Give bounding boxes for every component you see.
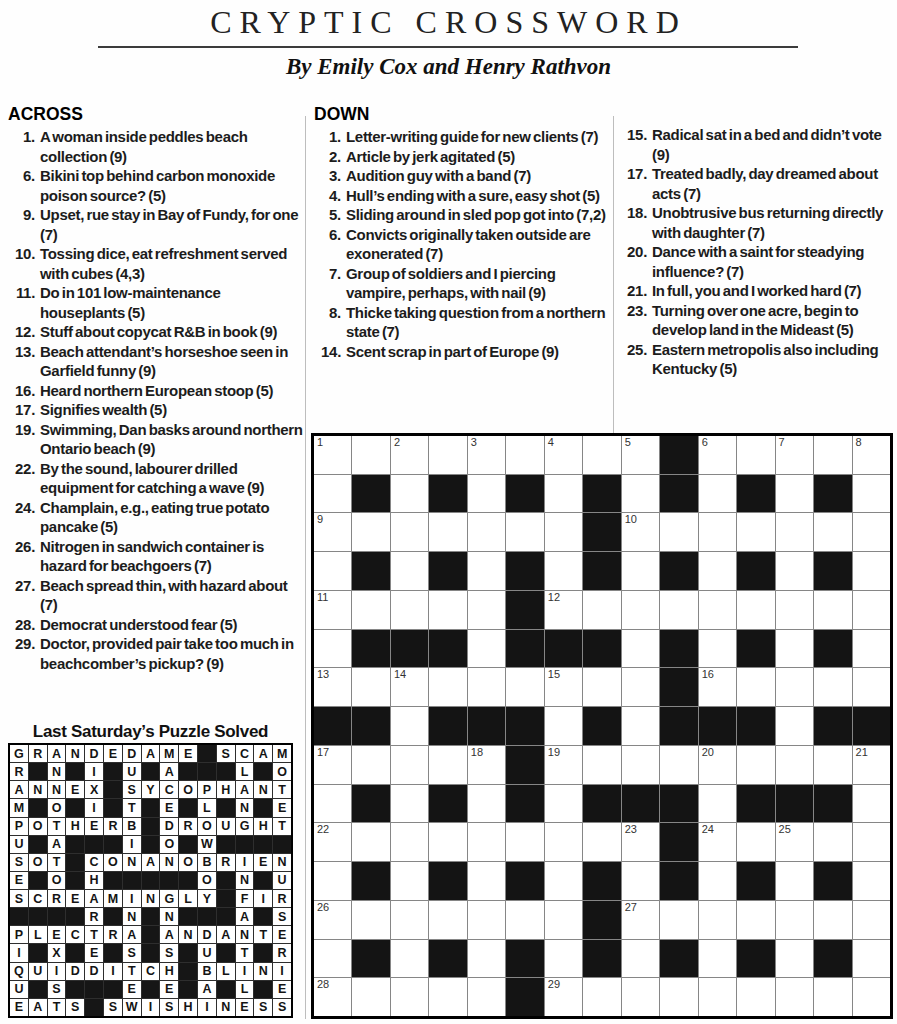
down-clue-list-2: 15.Radical sat in a bed and didn’t vote …: [620, 125, 894, 379]
grid-cell-r3c1[interactable]: 9: [314, 513, 351, 551]
clue-number: 10.: [8, 244, 40, 264]
across-clue-13: 13.Beach attendant’s horseshoe seen in G…: [8, 342, 304, 381]
grid-cell-r10c3[interactable]: [391, 785, 428, 823]
page-title: CRYPTIC CROSSWORD: [0, 4, 897, 41]
grid-cell-r1c9[interactable]: 5: [622, 436, 659, 474]
solved-cell-r7c7: N: [123, 854, 141, 871]
grid-cell-r5c7[interactable]: 12: [545, 591, 582, 629]
solved-block-r2c10: [179, 763, 197, 780]
grid-cell-r4c11[interactable]: [699, 552, 736, 590]
clue-text: In full, you and I worked hard (7): [652, 281, 894, 301]
solved-block-r8c12: [217, 872, 235, 889]
grid-cell-r9c4[interactable]: [429, 746, 466, 784]
grid-cell-r9c11[interactable]: 20: [699, 746, 736, 784]
grid-cell-r14c7[interactable]: [545, 940, 582, 978]
grid-cell-r11c7[interactable]: [545, 823, 582, 861]
solved-cell-r14c15: E: [273, 981, 291, 998]
column-divider-2: [613, 116, 614, 433]
solved-cell-r7c11: B: [198, 854, 216, 871]
grid-block-r3c8: [583, 513, 620, 551]
clue-number: 24.: [8, 498, 40, 518]
solved-cell-r11c7: A: [123, 926, 141, 943]
grid-cell-r3c11[interactable]: [699, 513, 736, 551]
grid-cell-r14c9[interactable]: [622, 940, 659, 978]
grid-cell-r2c1[interactable]: [314, 475, 351, 513]
main-crossword-grid[interactable]: 1234567891011121314151617181920212223242…: [311, 433, 893, 1019]
grid-cell-r10c11[interactable]: [699, 785, 736, 823]
solved-block-r5c8: [142, 818, 160, 835]
solved-puzzle-grid: GRANDEDAMESCAMRNIUALOANNEXSYCOPHANTMOITE…: [8, 743, 293, 1018]
grid-cell-r9c15[interactable]: 21: [853, 746, 890, 784]
grid-cell-r11c15[interactable]: [853, 823, 890, 861]
grid-cell-r5c1[interactable]: 11: [314, 591, 351, 629]
grid-cell-r9c10[interactable]: [660, 746, 697, 784]
down-clue-1: 1.Letter-writing guide for new clients (…: [314, 127, 610, 147]
grid-cell-r6c9[interactable]: [622, 630, 659, 668]
clue-number: 7.: [314, 264, 346, 284]
solved-cell-r5c2: O: [29, 818, 47, 835]
grid-cell-r9c7[interactable]: 19: [545, 746, 582, 784]
grid-block-r8c2: [352, 707, 389, 745]
grid-cell-r13c1[interactable]: 26: [314, 901, 351, 939]
solved-cell-r7c2: O: [29, 854, 47, 871]
grid-cell-r6c13[interactable]: [776, 630, 813, 668]
grid-cell-r9c9[interactable]: [622, 746, 659, 784]
grid-cell-r7c8[interactable]: [583, 668, 620, 706]
solved-cell-r8c11: O: [198, 872, 216, 889]
grid-cell-r14c13[interactable]: [776, 940, 813, 978]
grid-cell-r4c9[interactable]: [622, 552, 659, 590]
clue-text: Beach attendant’s horseshoe seen in Garf…: [40, 342, 304, 381]
clue-number: 18.: [620, 203, 652, 223]
solved-block-r6c5: [85, 836, 103, 853]
grid-cell-r7c5[interactable]: [468, 668, 505, 706]
grid-cell-r2c15[interactable]: [853, 475, 890, 513]
solved-cell-r3c2: N: [29, 781, 47, 798]
solved-cell-r2c9: A: [160, 763, 178, 780]
grid-cell-r5c2[interactable]: [352, 591, 389, 629]
grid-cell-r5c5[interactable]: [468, 591, 505, 629]
grid-cell-r7c1[interactable]: 13: [314, 668, 351, 706]
grid-cell-r4c5[interactable]: [468, 552, 505, 590]
solved-cell-r5c4: H: [66, 818, 84, 835]
solved-cell-r13c6: I: [104, 963, 122, 980]
down-clue-8: 8.Thicke taking question from a northern…: [314, 303, 610, 342]
grid-cell-r3c2[interactable]: [352, 513, 389, 551]
grid-cell-r11c4[interactable]: [429, 823, 466, 861]
grid-cell-r7c2[interactable]: [352, 668, 389, 706]
solved-cell-r3c12: H: [217, 781, 235, 798]
solved-cell-r11c4: C: [66, 926, 84, 943]
solved-block-r14c2: [29, 981, 47, 998]
solved-cell-r11c2: L: [29, 926, 47, 943]
grid-cell-r13c2[interactable]: [352, 901, 389, 939]
grid-cell-r15c10[interactable]: [660, 978, 697, 1016]
grid-cell-r2c3[interactable]: [391, 475, 428, 513]
clue-text: Turning over one acre, begin to develop …: [652, 301, 894, 340]
solved-cell-r2c7: U: [123, 763, 141, 780]
grid-cell-r5c11[interactable]: [699, 591, 736, 629]
grid-cell-r14c11[interactable]: [699, 940, 736, 978]
clue-number: 16.: [8, 381, 40, 401]
clue-number: 21.: [620, 281, 652, 301]
grid-block-r8c10: [660, 707, 697, 745]
grid-cell-r1c13[interactable]: 7: [776, 436, 813, 474]
grid-cell-r7c15[interactable]: [853, 668, 890, 706]
solved-cell-r9c2: C: [29, 890, 47, 907]
grid-cell-r9c5[interactable]: 18: [468, 746, 505, 784]
clue-number: 8.: [314, 303, 346, 323]
grid-cell-r6c11[interactable]: [699, 630, 736, 668]
across-clue-12: 12.Stuff about copycat R&B in book (9): [8, 322, 304, 342]
solved-cell-r15c15: S: [273, 999, 291, 1016]
clue-text: Heard northern European stoop (5): [40, 381, 304, 401]
grid-cell-r1c12[interactable]: [737, 436, 774, 474]
clue-number: 9.: [8, 205, 40, 225]
solved-cell-r5c3: T: [48, 818, 66, 835]
solved-block-r14c4: [66, 981, 84, 998]
grid-cell-r6c1[interactable]: [314, 630, 351, 668]
grid-cell-r9c3[interactable]: [391, 746, 428, 784]
grid-block-r8c6: [506, 707, 543, 745]
grid-cell-r1c11[interactable]: 6: [699, 436, 736, 474]
grid-cell-r3c14[interactable]: [814, 513, 851, 551]
grid-cell-r13c7[interactable]: [545, 901, 582, 939]
grid-cell-r8c3[interactable]: [391, 707, 428, 745]
grid-cell-r1c6[interactable]: [506, 436, 543, 474]
grid-cell-r1c1[interactable]: 1: [314, 436, 351, 474]
grid-cell-r3c10[interactable]: [660, 513, 697, 551]
solved-cell-r5c14: H: [254, 818, 272, 835]
cell-number: 19: [548, 747, 560, 758]
grid-cell-r5c10[interactable]: [660, 591, 697, 629]
solved-cell-r1c6: E: [104, 745, 122, 762]
grid-cell-r7c4[interactable]: [429, 668, 466, 706]
solved-cell-r12c3: X: [48, 944, 66, 961]
grid-cell-r2c13[interactable]: [776, 475, 813, 513]
solved-cell-r9c14: I: [254, 890, 272, 907]
grid-cell-r13c5[interactable]: [468, 901, 505, 939]
grid-cell-r5c15[interactable]: [853, 591, 890, 629]
grid-cell-r7c13[interactable]: [776, 668, 813, 706]
grid-cell-r2c7[interactable]: [545, 475, 582, 513]
grid-cell-r13c10[interactable]: [660, 901, 697, 939]
grid-cell-r12c1[interactable]: [314, 862, 351, 900]
cell-number: 12: [548, 592, 560, 603]
solved-block-r12c10: [179, 944, 197, 961]
grid-cell-r5c13[interactable]: [776, 591, 813, 629]
grid-cell-r3c3[interactable]: [391, 513, 428, 551]
grid-cell-r3c4[interactable]: [429, 513, 466, 551]
clue-text: Thicke taking question from a northern s…: [346, 303, 610, 342]
clue-number: 25.: [620, 340, 652, 360]
grid-cell-r2c11[interactable]: [699, 475, 736, 513]
grid-cell-r9c12[interactable]: [737, 746, 774, 784]
clue-number: 23.: [620, 301, 652, 321]
grid-cell-r15c4[interactable]: [429, 978, 466, 1016]
solved-cell-r2c1: R: [10, 763, 28, 780]
grid-cell-r1c14[interactable]: [814, 436, 851, 474]
solved-block-r6c15: [273, 836, 291, 853]
grid-cell-r14c1[interactable]: [314, 940, 351, 978]
grid-cell-r14c5[interactable]: [468, 940, 505, 978]
grid-cell-r10c7[interactable]: [545, 785, 582, 823]
grid-cell-r3c5[interactable]: [468, 513, 505, 551]
grid-cell-r15c11[interactable]: [699, 978, 736, 1016]
grid-cell-r7c11[interactable]: 16: [699, 668, 736, 706]
cell-number: 25: [779, 824, 791, 835]
grid-cell-r12c15[interactable]: [853, 862, 890, 900]
solved-cell-r15c7: W: [123, 999, 141, 1016]
down-clue-15: 15.Radical sat in a bed and didn’t vote …: [620, 125, 894, 164]
grid-cell-r11c6[interactable]: [506, 823, 543, 861]
grid-cell-r9c2[interactable]: [352, 746, 389, 784]
grid-cell-r4c1[interactable]: [314, 552, 351, 590]
grid-block-r8c1: [314, 707, 351, 745]
grid-cell-r5c12[interactable]: [737, 591, 774, 629]
across-clue-11: 11.Do in 101 low-maintenance houseplants…: [8, 283, 304, 322]
solved-block-r2c8: [142, 763, 160, 780]
grid-cell-r11c1[interactable]: 22: [314, 823, 351, 861]
grid-block-r5c6: [506, 591, 543, 629]
grid-cell-r2c5[interactable]: [468, 475, 505, 513]
cell-number: 29: [548, 979, 560, 990]
grid-cell-r9c8[interactable]: [583, 746, 620, 784]
cell-number: 13: [317, 669, 329, 680]
grid-cell-r13c6[interactable]: [506, 901, 543, 939]
solved-cell-r15c14: S: [254, 999, 272, 1016]
grid-cell-r15c3[interactable]: [391, 978, 428, 1016]
grid-block-r6c4: [429, 630, 466, 668]
across-clues-column: ACROSS 1.A woman inside peddles beach co…: [8, 104, 304, 673]
grid-cell-r11c3[interactable]: [391, 823, 428, 861]
grid-cell-r1c2[interactable]: [352, 436, 389, 474]
down-clue-20: 20.Dance with a saint for steadying infl…: [620, 242, 894, 281]
grid-cell-r10c15[interactable]: [853, 785, 890, 823]
solved-cell-r9c11: Y: [198, 890, 216, 907]
clue-number: 15.: [620, 125, 652, 145]
grid-cell-r5c14[interactable]: [814, 591, 851, 629]
grid-cell-r12c3[interactable]: [391, 862, 428, 900]
solved-cell-r4c11: L: [198, 799, 216, 816]
grid-cell-r13c12[interactable]: [737, 901, 774, 939]
solved-cell-r9c9: G: [160, 890, 178, 907]
grid-cell-r15c9[interactable]: [622, 978, 659, 1016]
grid-cell-r13c9[interactable]: 27: [622, 901, 659, 939]
grid-cell-r8c13[interactable]: [776, 707, 813, 745]
grid-block-r10c6: [506, 785, 543, 823]
grid-cell-r5c8[interactable]: [583, 591, 620, 629]
grid-cell-r15c15[interactable]: [853, 978, 890, 1016]
solved-cell-r7c13: I: [236, 854, 254, 871]
across-clue-27: 27.Beach spread thin, with hazard about …: [8, 576, 304, 615]
grid-cell-r1c7[interactable]: 4: [545, 436, 582, 474]
grid-cell-r3c7[interactable]: [545, 513, 582, 551]
grid-cell-r15c1[interactable]: 28: [314, 978, 351, 1016]
solved-cell-r7c15: N: [273, 854, 291, 871]
grid-cell-r15c13[interactable]: [776, 978, 813, 1016]
grid-cell-r12c11[interactable]: [699, 862, 736, 900]
solved-cell-r7c3: T: [48, 854, 66, 871]
clue-text: Signifies wealth (5): [40, 400, 304, 420]
solved-cell-r9c8: N: [142, 890, 160, 907]
grid-cell-r1c3[interactable]: 2: [391, 436, 428, 474]
solved-cell-r5c6: R: [104, 818, 122, 835]
cell-number: 15: [548, 669, 560, 680]
cell-number: 5: [625, 437, 631, 448]
grid-cell-r1c4[interactable]: [429, 436, 466, 474]
clue-number: 2.: [314, 147, 346, 167]
solved-cell-r1c1: G: [10, 745, 28, 762]
solved-block-r8c8: [142, 872, 160, 889]
grid-cell-r2c9[interactable]: [622, 475, 659, 513]
solved-cell-r12c7: S: [123, 944, 141, 961]
grid-cell-r11c2[interactable]: [352, 823, 389, 861]
grid-cell-r7c3[interactable]: 14: [391, 668, 428, 706]
grid-cell-r13c14[interactable]: [814, 901, 851, 939]
grid-cell-r7c7[interactable]: 15: [545, 668, 582, 706]
grid-cell-r9c1[interactable]: 17: [314, 746, 351, 784]
grid-cell-r5c3[interactable]: [391, 591, 428, 629]
grid-cell-r11c14[interactable]: [814, 823, 851, 861]
grid-cell-r11c11[interactable]: 24: [699, 823, 736, 861]
solved-cell-r8c15: U: [273, 872, 291, 889]
across-clue-29: 29.Doctor, provided pair take too much i…: [8, 634, 304, 673]
grid-block-r14c2: [352, 940, 389, 978]
grid-cell-r8c9[interactable]: [622, 707, 659, 745]
grid-cell-r15c12[interactable]: [737, 978, 774, 1016]
grid-cell-r8c7[interactable]: [545, 707, 582, 745]
solved-block-r10c2: [29, 908, 47, 925]
grid-cell-r5c9[interactable]: [622, 591, 659, 629]
solved-cell-r11c5: T: [85, 926, 103, 943]
grid-cell-r15c5[interactable]: [468, 978, 505, 1016]
grid-cell-r13c15[interactable]: [853, 901, 890, 939]
grid-block-r8c4: [429, 707, 466, 745]
grid-cell-r3c13[interactable]: [776, 513, 813, 551]
grid-cell-r15c14[interactable]: [814, 978, 851, 1016]
solved-cell-r9c15: R: [273, 890, 291, 907]
solved-cell-r3c9: C: [160, 781, 178, 798]
grid-cell-r15c2[interactable]: [352, 978, 389, 1016]
clue-number: 14.: [314, 342, 346, 362]
grid-cell-r4c7[interactable]: [545, 552, 582, 590]
solved-cell-r15c3: T: [48, 999, 66, 1016]
grid-cell-r11c13[interactable]: 25: [776, 823, 813, 861]
solved-cell-r11c3: E: [48, 926, 66, 943]
grid-cell-r12c5[interactable]: [468, 862, 505, 900]
grid-cell-r14c15[interactable]: [853, 940, 890, 978]
solved-cell-r6c3: A: [48, 836, 66, 853]
down-clues-column: DOWN 1.Letter-writing guide for new clie…: [314, 104, 610, 361]
solved-cell-r14c1: U: [10, 981, 28, 998]
grid-cell-r13c13[interactable]: [776, 901, 813, 939]
grid-cell-r10c5[interactable]: [468, 785, 505, 823]
solved-cell-r15c10: H: [179, 999, 197, 1016]
solved-block-r14c10: [179, 981, 197, 998]
grid-cell-r7c12[interactable]: [737, 668, 774, 706]
grid-cell-r3c12[interactable]: [737, 513, 774, 551]
grid-cell-r9c14[interactable]: [814, 746, 851, 784]
grid-cell-r10c1[interactable]: [314, 785, 351, 823]
solved-cell-r12c5: E: [85, 944, 103, 961]
grid-cell-r1c15[interactable]: 8: [853, 436, 890, 474]
clue-text: Champlain, e.g., eating true potato panc…: [40, 498, 304, 537]
grid-cell-r3c15[interactable]: [853, 513, 890, 551]
clue-number: 28.: [8, 615, 40, 635]
grid-block-r8c14: [814, 707, 851, 745]
grid-cell-r13c11[interactable]: [699, 901, 736, 939]
solved-cell-r15c11: I: [198, 999, 216, 1016]
grid-cell-r12c13[interactable]: [776, 862, 813, 900]
cell-number: 2: [394, 437, 400, 448]
grid-cell-r11c8[interactable]: [583, 823, 620, 861]
grid-cell-r12c7[interactable]: [545, 862, 582, 900]
grid-cell-r3c6[interactable]: [506, 513, 543, 551]
grid-cell-r15c7[interactable]: 29: [545, 978, 582, 1016]
solved-block-r13c10: [179, 963, 197, 980]
solved-block-r12c6: [104, 944, 122, 961]
grid-cell-r1c8[interactable]: [583, 436, 620, 474]
solved-cell-r11c11: D: [198, 926, 216, 943]
grid-cell-r4c3[interactable]: [391, 552, 428, 590]
solved-cell-r1c9: M: [160, 745, 178, 762]
grid-cell-r11c5[interactable]: [468, 823, 505, 861]
solved-cell-r5c11: O: [198, 818, 216, 835]
grid-cell-r14c3[interactable]: [391, 940, 428, 978]
clue-text: Bikini top behind carbon monoxide poison…: [40, 166, 304, 205]
solved-cell-r4c1: M: [10, 799, 28, 816]
grid-cell-r3c9[interactable]: 10: [622, 513, 659, 551]
grid-cell-r13c3[interactable]: [391, 901, 428, 939]
grid-cell-r11c12[interactable]: [737, 823, 774, 861]
clue-text: Dance with a saint for steadying influen…: [652, 242, 894, 281]
grid-cell-r15c8[interactable]: [583, 978, 620, 1016]
grid-cell-r7c9[interactable]: [622, 668, 659, 706]
solved-cell-r4c5: I: [85, 799, 103, 816]
down-clues-column-2: 15.Radical sat in a bed and didn’t vote …: [620, 104, 894, 379]
solved-cell-r2c15: O: [273, 763, 291, 780]
grid-cell-r5c4[interactable]: [429, 591, 466, 629]
clue-number: 13.: [8, 342, 40, 362]
solved-cell-r3c13: A: [236, 781, 254, 798]
clue-number: 3.: [314, 166, 346, 186]
grid-cell-r7c14[interactable]: [814, 668, 851, 706]
grid-cell-r13c4[interactable]: [429, 901, 466, 939]
grid-cell-r9c13[interactable]: [776, 746, 813, 784]
solved-block-r6c2: [29, 836, 47, 853]
solved-block-r14c12: [217, 981, 235, 998]
grid-cell-r4c15[interactable]: [853, 552, 890, 590]
clue-number: 20.: [620, 242, 652, 262]
solved-block-r6c13: [236, 836, 254, 853]
grid-cell-r12c9[interactable]: [622, 862, 659, 900]
grid-block-r4c14: [814, 552, 851, 590]
solved-cell-r10c5: R: [85, 908, 103, 925]
solved-block-r14c5: [85, 981, 103, 998]
grid-cell-r7c6[interactable]: [506, 668, 543, 706]
grid-cell-r4c13[interactable]: [776, 552, 813, 590]
grid-block-r6c10: [660, 630, 697, 668]
grid-cell-r6c5[interactable]: [468, 630, 505, 668]
clue-text: Audition guy with a band (7): [346, 166, 610, 186]
grid-cell-r11c9[interactable]: 23: [622, 823, 659, 861]
grid-cell-r1c5[interactable]: 3: [468, 436, 505, 474]
solved-cell-r13c4: D: [66, 963, 84, 980]
grid-cell-r6c15[interactable]: [853, 630, 890, 668]
cell-number: 6: [702, 437, 708, 448]
solved-cell-r10c7: N: [123, 908, 141, 925]
